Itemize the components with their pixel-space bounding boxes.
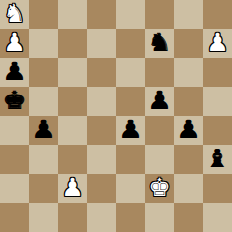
chess-board: ♞♟♞♟♟♚♟♟♟♟♝♟♚ bbox=[0, 0, 232, 232]
square-h6[interactable] bbox=[203, 58, 232, 87]
square-a4[interactable] bbox=[0, 116, 29, 145]
square-c4[interactable] bbox=[58, 116, 87, 145]
square-d6[interactable] bbox=[87, 58, 116, 87]
square-g5[interactable] bbox=[174, 87, 203, 116]
square-d3[interactable] bbox=[87, 145, 116, 174]
square-c2[interactable]: ♟ bbox=[58, 174, 87, 203]
square-d2[interactable] bbox=[87, 174, 116, 203]
black-pawn: ♟ bbox=[177, 115, 199, 144]
square-e6[interactable] bbox=[116, 58, 145, 87]
white-pawn: ♟ bbox=[3, 28, 25, 57]
square-e4[interactable]: ♟ bbox=[116, 116, 145, 145]
square-b3[interactable] bbox=[29, 145, 58, 174]
white-pawn: ♟ bbox=[61, 173, 83, 202]
square-b1[interactable] bbox=[29, 203, 58, 232]
square-g1[interactable] bbox=[174, 203, 203, 232]
square-g6[interactable] bbox=[174, 58, 203, 87]
square-a1[interactable] bbox=[0, 203, 29, 232]
square-a3[interactable] bbox=[0, 145, 29, 174]
square-c6[interactable] bbox=[58, 58, 87, 87]
square-e5[interactable] bbox=[116, 87, 145, 116]
square-a5[interactable]: ♚ bbox=[0, 87, 29, 116]
square-d7[interactable] bbox=[87, 29, 116, 58]
white-pawn: ♟ bbox=[206, 28, 228, 57]
square-h1[interactable] bbox=[203, 203, 232, 232]
square-a8[interactable]: ♞ bbox=[0, 0, 29, 29]
square-c1[interactable] bbox=[58, 203, 87, 232]
square-f3[interactable] bbox=[145, 145, 174, 174]
square-c7[interactable] bbox=[58, 29, 87, 58]
square-a2[interactable] bbox=[0, 174, 29, 203]
square-f7[interactable]: ♞ bbox=[145, 29, 174, 58]
square-e3[interactable] bbox=[116, 145, 145, 174]
square-h7[interactable]: ♟ bbox=[203, 29, 232, 58]
square-b6[interactable] bbox=[29, 58, 58, 87]
black-knight: ♞ bbox=[148, 28, 170, 57]
black-pawn: ♟ bbox=[148, 86, 170, 115]
square-h8[interactable] bbox=[203, 0, 232, 29]
square-f1[interactable] bbox=[145, 203, 174, 232]
square-d8[interactable] bbox=[87, 0, 116, 29]
white-king: ♚ bbox=[148, 173, 170, 202]
black-pawn: ♟ bbox=[119, 115, 141, 144]
square-g4[interactable]: ♟ bbox=[174, 116, 203, 145]
square-d1[interactable] bbox=[87, 203, 116, 232]
square-f4[interactable] bbox=[145, 116, 174, 145]
square-b2[interactable] bbox=[29, 174, 58, 203]
square-e8[interactable] bbox=[116, 0, 145, 29]
square-e2[interactable] bbox=[116, 174, 145, 203]
square-a6[interactable]: ♟ bbox=[0, 58, 29, 87]
square-h5[interactable] bbox=[203, 87, 232, 116]
square-b7[interactable] bbox=[29, 29, 58, 58]
square-h2[interactable] bbox=[203, 174, 232, 203]
square-d4[interactable] bbox=[87, 116, 116, 145]
square-b4[interactable]: ♟ bbox=[29, 116, 58, 145]
black-bishop: ♝ bbox=[206, 144, 228, 173]
square-a7[interactable]: ♟ bbox=[0, 29, 29, 58]
square-b5[interactable] bbox=[29, 87, 58, 116]
black-pawn: ♟ bbox=[32, 115, 54, 144]
square-h4[interactable] bbox=[203, 116, 232, 145]
square-e1[interactable] bbox=[116, 203, 145, 232]
square-c5[interactable] bbox=[58, 87, 87, 116]
square-g2[interactable] bbox=[174, 174, 203, 203]
square-f8[interactable] bbox=[145, 0, 174, 29]
black-king: ♚ bbox=[3, 86, 25, 115]
square-f5[interactable]: ♟ bbox=[145, 87, 174, 116]
square-g8[interactable] bbox=[174, 0, 203, 29]
black-pawn: ♟ bbox=[3, 57, 25, 86]
square-d5[interactable] bbox=[87, 87, 116, 116]
square-f6[interactable] bbox=[145, 58, 174, 87]
white-knight: ♞ bbox=[3, 0, 25, 28]
square-g7[interactable] bbox=[174, 29, 203, 58]
square-c8[interactable] bbox=[58, 0, 87, 29]
square-e7[interactable] bbox=[116, 29, 145, 58]
square-b8[interactable] bbox=[29, 0, 58, 29]
square-g3[interactable] bbox=[174, 145, 203, 174]
square-f2[interactable]: ♚ bbox=[145, 174, 174, 203]
square-c3[interactable] bbox=[58, 145, 87, 174]
square-h3[interactable]: ♝ bbox=[203, 145, 232, 174]
